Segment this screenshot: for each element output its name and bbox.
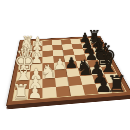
square-h2 [28, 88, 43, 99]
square-h3 [42, 87, 56, 98]
board-perspective-wrapper [15, 12, 114, 111]
chess-set-photo: ♜♟♟♜♞♟♟♞♝♟♟♝♛♟♟♛♚♟♟♚♝♟♞♞♟♝♟♟♜♟♟♜ [0, 0, 130, 130]
chess-board [6, 36, 130, 106]
board-squares [13, 38, 125, 101]
square-h4 [56, 86, 71, 97]
board-tilt-plane [6, 36, 130, 106]
square-h1 [13, 89, 29, 101]
square-h8 [108, 82, 126, 93]
